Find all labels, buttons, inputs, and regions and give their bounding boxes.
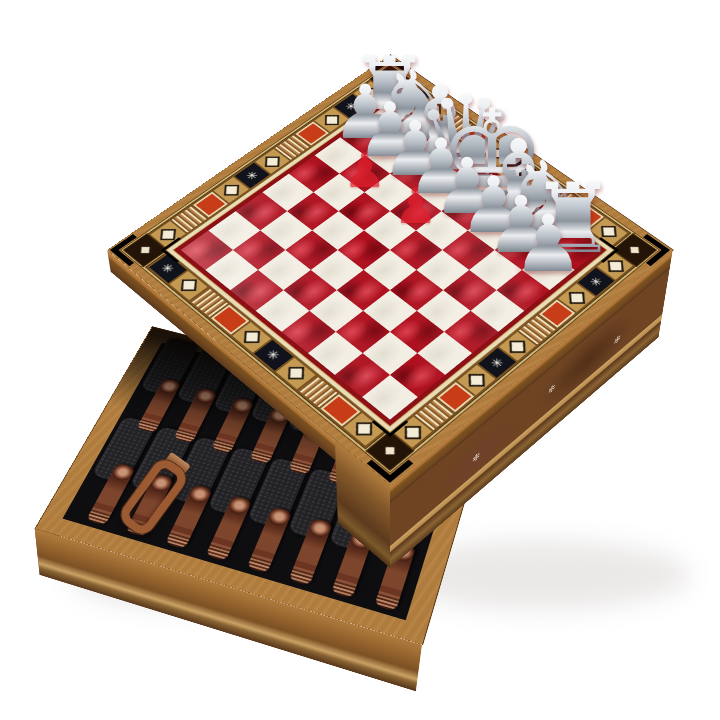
mosaic-red-square [321, 394, 361, 426]
mosaic-diamond [499, 332, 536, 361]
mosaic-star: ✳ [578, 268, 614, 296]
snowflake-inlay-icon: ✻ [613, 332, 621, 347]
mosaic-diamond [559, 284, 595, 312]
snowflake-inlay-icon: ✻ [472, 450, 480, 466]
board-scene: ✻ ✻ ✻ ✳✳✳ ✳✳✳ ✳✳ ✳✳ [0, 0, 720, 720]
square-f8 [308, 332, 363, 375]
square-d7 [284, 270, 337, 311]
square-e8 [282, 311, 336, 353]
chess-board: ✳✳✳ ✳✳✳ ✳✳ ✳✳ [107, 55, 673, 486]
square-b8 [205, 250, 258, 290]
square-h3 [496, 270, 549, 311]
mosaic-red-square [437, 382, 475, 413]
mosaic-diamond [170, 271, 208, 300]
square-f4 [416, 250, 469, 290]
square-d6 [311, 250, 364, 290]
mosaic-star: ✳ [149, 254, 186, 283]
mosaic-red-square [539, 299, 576, 328]
mosaic-corner [367, 432, 413, 470]
mosaic-diamond [394, 416, 433, 447]
square-d8 [256, 290, 310, 332]
square-h5 [444, 311, 498, 353]
square-g4 [443, 270, 496, 311]
square-h2 [522, 250, 575, 290]
square-e5 [364, 250, 417, 290]
square-h7 [390, 353, 445, 397]
mosaic-stripes [415, 399, 453, 430]
mosaic-star: ✳ [478, 348, 515, 378]
mosaic-diamond [344, 413, 384, 446]
snowflake-inlay-icon: ✻ [548, 381, 556, 396]
mosaic-diamond [232, 322, 271, 352]
square-g3 [469, 250, 522, 290]
square-g8 [335, 353, 390, 397]
mosaic-stripes [190, 288, 228, 317]
square-c7 [258, 250, 311, 290]
square-h4 [471, 290, 525, 332]
mosaic-diamond [458, 365, 496, 395]
mosaic-star: ✳ [254, 340, 293, 371]
square-e6 [337, 270, 390, 311]
mosaic-star: ✳ [372, 434, 411, 466]
square-f5 [390, 270, 443, 311]
square-g6 [390, 311, 444, 353]
mosaic-diamond [597, 253, 633, 280]
mosaic-diamond [276, 358, 315, 389]
square-c8 [230, 270, 283, 311]
mosaic-stripes [298, 376, 338, 408]
mosaic-border-left: ✳✳ [145, 251, 389, 449]
square-h8 [362, 375, 418, 420]
square-f7 [336, 311, 390, 353]
square-e7 [309, 290, 363, 332]
square-g7 [363, 332, 418, 375]
chess-set-product-photo: ✻ ✻ ✻ ✳✳✳ ✳✳✳ ✳✳ ✳✳ [0, 0, 720, 720]
square-h6 [417, 332, 472, 375]
square-g5 [417, 290, 471, 332]
mosaic-stripes [519, 315, 556, 344]
square-f6 [363, 290, 417, 332]
corner-mark-inner [372, 407, 408, 437]
mosaic-red-square [211, 305, 249, 335]
